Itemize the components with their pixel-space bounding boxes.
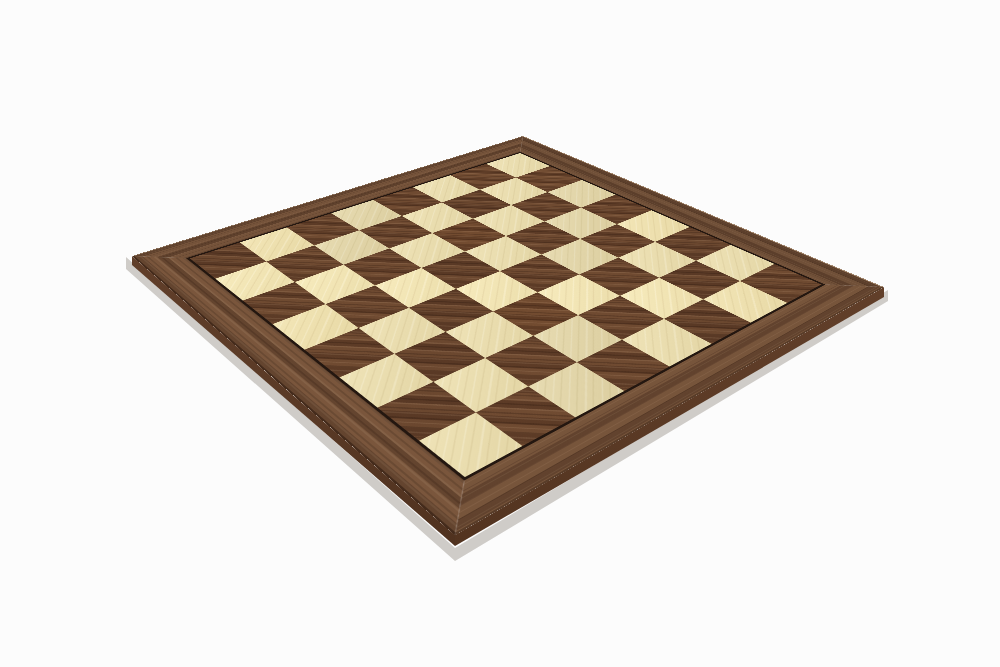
chess-board	[132, 136, 884, 535]
photo-background	[0, 0, 1000, 667]
board-playing-field	[186, 152, 825, 481]
